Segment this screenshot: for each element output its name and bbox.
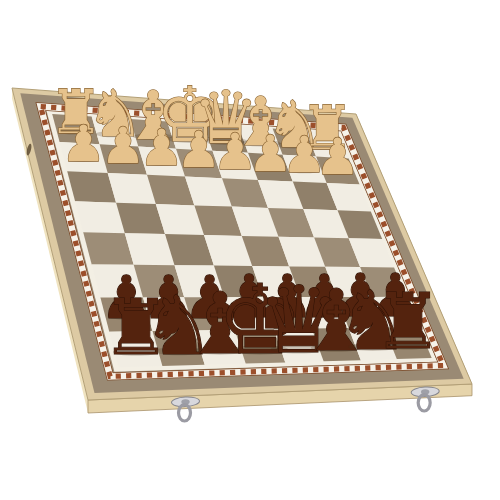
product-photo: ♜♞♝♚♛♝♞♜♟♟♟♟♟♟♟♟♟♟♟♟♟♟♟♟♜♞♝♚♛♝♞♜: [0, 0, 500, 500]
piece-glyph: ♟: [315, 127, 360, 186]
piece-glyph: ♜: [373, 277, 442, 366]
chess-board: ♜♞♝♚♛♝♞♜♟♟♟♟♟♟♟♟♟♟♟♟♟♟♟♟♜♞♝♚♛♝♞♜: [0, 0, 500, 500]
piece-white-pawn: ♟: [61, 114, 106, 173]
piece-white-pawn: ♟: [315, 127, 360, 186]
piece-dark-rook: ♜: [373, 277, 442, 366]
piece-glyph: ♟: [61, 114, 106, 173]
